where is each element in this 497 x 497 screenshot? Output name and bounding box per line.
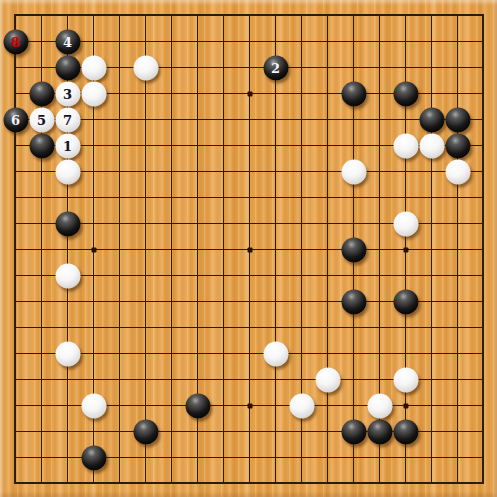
stone-white xyxy=(263,341,288,366)
stone-black xyxy=(55,55,80,80)
move-number-label: 7 xyxy=(63,113,72,126)
grid-line-vertical xyxy=(457,14,458,484)
stone-black xyxy=(341,289,366,314)
star-point xyxy=(403,403,408,408)
grid-line-horizontal xyxy=(14,353,484,354)
stone-white xyxy=(341,159,366,184)
grid-line-vertical xyxy=(275,14,276,484)
star-point xyxy=(247,91,252,96)
stone-black: 4 xyxy=(55,29,80,54)
stone-black xyxy=(185,393,210,418)
stone-white xyxy=(81,393,106,418)
star-point xyxy=(247,247,252,252)
stone-black xyxy=(55,211,80,236)
grid-line-vertical xyxy=(431,14,432,484)
stone-black xyxy=(445,107,470,132)
stone-white xyxy=(133,55,158,80)
stone-black xyxy=(393,289,418,314)
stone-white xyxy=(55,159,80,184)
grid-line-horizontal xyxy=(14,482,484,484)
stone-black xyxy=(29,81,54,106)
grid-line-horizontal xyxy=(14,327,484,328)
stone-white: 3 xyxy=(55,81,80,106)
stone-black xyxy=(367,419,392,444)
move-number-label: 2 xyxy=(271,61,280,74)
stone-black xyxy=(393,419,418,444)
stone-white xyxy=(419,133,444,158)
go-board[interactable]: 84623571 xyxy=(0,0,497,497)
move-number-label: 6 xyxy=(11,113,20,126)
stone-white xyxy=(81,55,106,80)
stone-white xyxy=(393,133,418,158)
stone-black: 6 xyxy=(3,107,28,132)
stone-white: 1 xyxy=(55,133,80,158)
move-number-label: 4 xyxy=(63,35,72,48)
stone-black xyxy=(419,107,444,132)
star-point xyxy=(91,247,96,252)
grid-line-vertical xyxy=(327,14,328,484)
stone-white xyxy=(315,367,340,392)
stone-white: 7 xyxy=(55,107,80,132)
stone-black xyxy=(29,133,54,158)
move-number-label: 3 xyxy=(63,87,72,100)
stone-white xyxy=(393,211,418,236)
stone-white xyxy=(367,393,392,418)
stone-white xyxy=(289,393,314,418)
stone-white xyxy=(393,367,418,392)
move-number-label: 1 xyxy=(63,139,72,152)
stone-white xyxy=(81,81,106,106)
stone-black xyxy=(133,419,158,444)
stone-black xyxy=(393,81,418,106)
star-point xyxy=(247,403,252,408)
move-number-label: 5 xyxy=(37,113,46,126)
stone-black xyxy=(341,419,366,444)
grid-line-vertical xyxy=(482,14,484,484)
stone-white: 5 xyxy=(29,107,54,132)
stone-white xyxy=(55,341,80,366)
stone-black: 8 xyxy=(3,29,28,54)
star-point xyxy=(403,247,408,252)
stone-black xyxy=(81,445,106,470)
stone-black xyxy=(445,133,470,158)
stone-black: 2 xyxy=(263,55,288,80)
stone-black xyxy=(341,237,366,262)
stone-black xyxy=(341,81,366,106)
grid-line-horizontal xyxy=(14,275,484,276)
stone-white xyxy=(445,159,470,184)
stone-white xyxy=(55,263,80,288)
move-number-label: 8 xyxy=(11,35,20,48)
